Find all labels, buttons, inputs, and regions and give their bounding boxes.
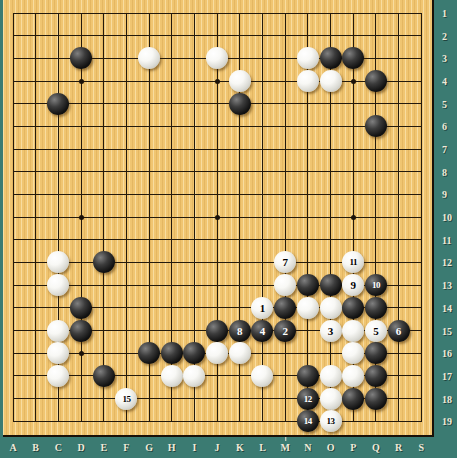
stone-white-O4 <box>320 70 342 92</box>
column-label-C: C <box>55 442 62 453</box>
stone-black-H16 <box>161 342 183 364</box>
stone-black-K5 <box>229 93 251 115</box>
row-label-7: 7 <box>442 144 447 155</box>
stone-white-L14: 1 <box>251 297 273 319</box>
stone-black-D15 <box>70 320 92 342</box>
stone-white-P16 <box>342 342 364 364</box>
stone-black-P18 <box>342 388 364 410</box>
stone-black-N18: 12 <box>297 388 319 410</box>
stone-black-I16 <box>183 342 205 364</box>
column-label-A: A <box>9 442 16 453</box>
row-label-18: 18 <box>442 393 452 404</box>
hoshi-point <box>215 79 220 84</box>
stone-black-Q13: 10 <box>365 274 387 296</box>
column-label-Q: Q <box>372 442 380 453</box>
stone-white-O18 <box>320 388 342 410</box>
stone-black-Q18 <box>365 388 387 410</box>
stone-black-D3 <box>70 47 92 69</box>
hoshi-point <box>79 351 84 356</box>
stone-black-Q14 <box>365 297 387 319</box>
stone-black-N13 <box>297 274 319 296</box>
stone-black-M14 <box>274 297 296 319</box>
stone-black-Q6 <box>365 115 387 137</box>
grid-line-vertical <box>398 13 399 422</box>
stone-black-N19: 14 <box>297 410 319 432</box>
row-label-12: 12 <box>442 257 452 268</box>
row-label-16: 16 <box>442 348 452 359</box>
stone-white-P13: 9 <box>342 274 364 296</box>
stone-black-P14 <box>342 297 364 319</box>
stone-white-N4 <box>297 70 319 92</box>
stone-black-N17 <box>297 365 319 387</box>
grid-line-vertical <box>262 13 263 422</box>
stone-white-F18: 15 <box>115 388 137 410</box>
hoshi-point <box>351 79 356 84</box>
stone-white-L17 <box>251 365 273 387</box>
stone-white-C16 <box>47 342 69 364</box>
grid-line-vertical <box>285 13 286 422</box>
stone-white-K16 <box>229 342 251 364</box>
stone-white-C12 <box>47 251 69 273</box>
column-label-B: B <box>32 442 39 453</box>
row-label-17: 17 <box>442 370 452 381</box>
stone-white-P15 <box>342 320 364 342</box>
column-label-M: M <box>280 442 289 453</box>
row-label-11: 11 <box>442 234 451 245</box>
row-label-1: 1 <box>442 8 447 19</box>
stone-black-M15: 2 <box>274 320 296 342</box>
stone-black-Q16 <box>365 342 387 364</box>
grid-line-horizontal <box>13 239 422 240</box>
hoshi-point <box>351 215 356 220</box>
stone-white-O14 <box>320 297 342 319</box>
stone-white-G3 <box>138 47 160 69</box>
stone-white-H17 <box>161 365 183 387</box>
column-label-S: S <box>418 442 424 453</box>
stone-white-P17 <box>342 365 364 387</box>
stone-black-L15: 4 <box>251 320 273 342</box>
stone-black-K15: 8 <box>229 320 251 342</box>
stone-black-O3 <box>320 47 342 69</box>
column-label-E: E <box>100 442 107 453</box>
column-label-K: K <box>236 442 244 453</box>
row-label-3: 3 <box>442 53 447 64</box>
column-label-R: R <box>395 442 402 453</box>
stone-black-O13 <box>320 274 342 296</box>
column-label-P: P <box>350 442 356 453</box>
stone-white-C15 <box>47 320 69 342</box>
row-label-8: 8 <box>442 166 447 177</box>
column-label-N: N <box>304 442 311 453</box>
stone-black-G16 <box>138 342 160 364</box>
row-label-10: 10 <box>442 212 452 223</box>
stone-white-Q15: 5 <box>365 320 387 342</box>
column-label-I: I <box>192 442 196 453</box>
column-label-G: G <box>145 442 153 453</box>
stone-black-E12 <box>93 251 115 273</box>
stone-black-C5 <box>47 93 69 115</box>
row-label-9: 9 <box>442 189 447 200</box>
row-label-6: 6 <box>442 121 447 132</box>
hoshi-point <box>79 79 84 84</box>
column-label-D: D <box>77 442 84 453</box>
row-label-14: 14 <box>442 302 452 313</box>
stone-white-O17 <box>320 365 342 387</box>
stone-black-D14 <box>70 297 92 319</box>
stone-black-Q17 <box>365 365 387 387</box>
row-label-5: 5 <box>442 98 447 109</box>
row-label-15: 15 <box>442 325 452 336</box>
grid-line-horizontal <box>13 421 422 422</box>
column-label-O: O <box>327 442 335 453</box>
row-label-4: 4 <box>442 76 447 87</box>
column-coordinate-strip: ABCDEFGHIJKLMNOPQRS <box>0 437 457 458</box>
hoshi-point <box>215 215 220 220</box>
row-label-19: 19 <box>442 416 452 427</box>
stone-black-Q4 <box>365 70 387 92</box>
stone-white-I17 <box>183 365 205 387</box>
stone-white-J3 <box>206 47 228 69</box>
stone-black-E17 <box>93 365 115 387</box>
stone-white-M13 <box>274 274 296 296</box>
stone-black-R15: 6 <box>388 320 410 342</box>
column-label-F: F <box>123 442 129 453</box>
row-label-13: 13 <box>442 280 452 291</box>
stone-white-C17 <box>47 365 69 387</box>
stone-white-O19: 13 <box>320 410 342 432</box>
stone-white-M12: 7 <box>274 251 296 273</box>
stone-white-K4 <box>229 70 251 92</box>
stone-white-N14 <box>297 297 319 319</box>
grid-line-vertical <box>421 13 422 422</box>
stone-black-P3 <box>342 47 364 69</box>
stone-white-C13 <box>47 274 69 296</box>
row-label-2: 2 <box>442 30 447 41</box>
go-board[interactable]: 711910184235615121413 <box>3 0 434 437</box>
stone-white-N3 <box>297 47 319 69</box>
stone-white-J16 <box>206 342 228 364</box>
go-app-window: 711910184235615121413 123456789101112131… <box>0 0 457 458</box>
stone-white-P12: 11 <box>342 251 364 273</box>
column-label-L: L <box>259 442 266 453</box>
column-label-H: H <box>168 442 176 453</box>
row-coordinate-strip: 12345678910111213141516171819 <box>434 0 457 458</box>
hoshi-point <box>79 215 84 220</box>
column-label-J: J <box>215 442 220 453</box>
stone-black-J15 <box>206 320 228 342</box>
stone-white-O15: 3 <box>320 320 342 342</box>
